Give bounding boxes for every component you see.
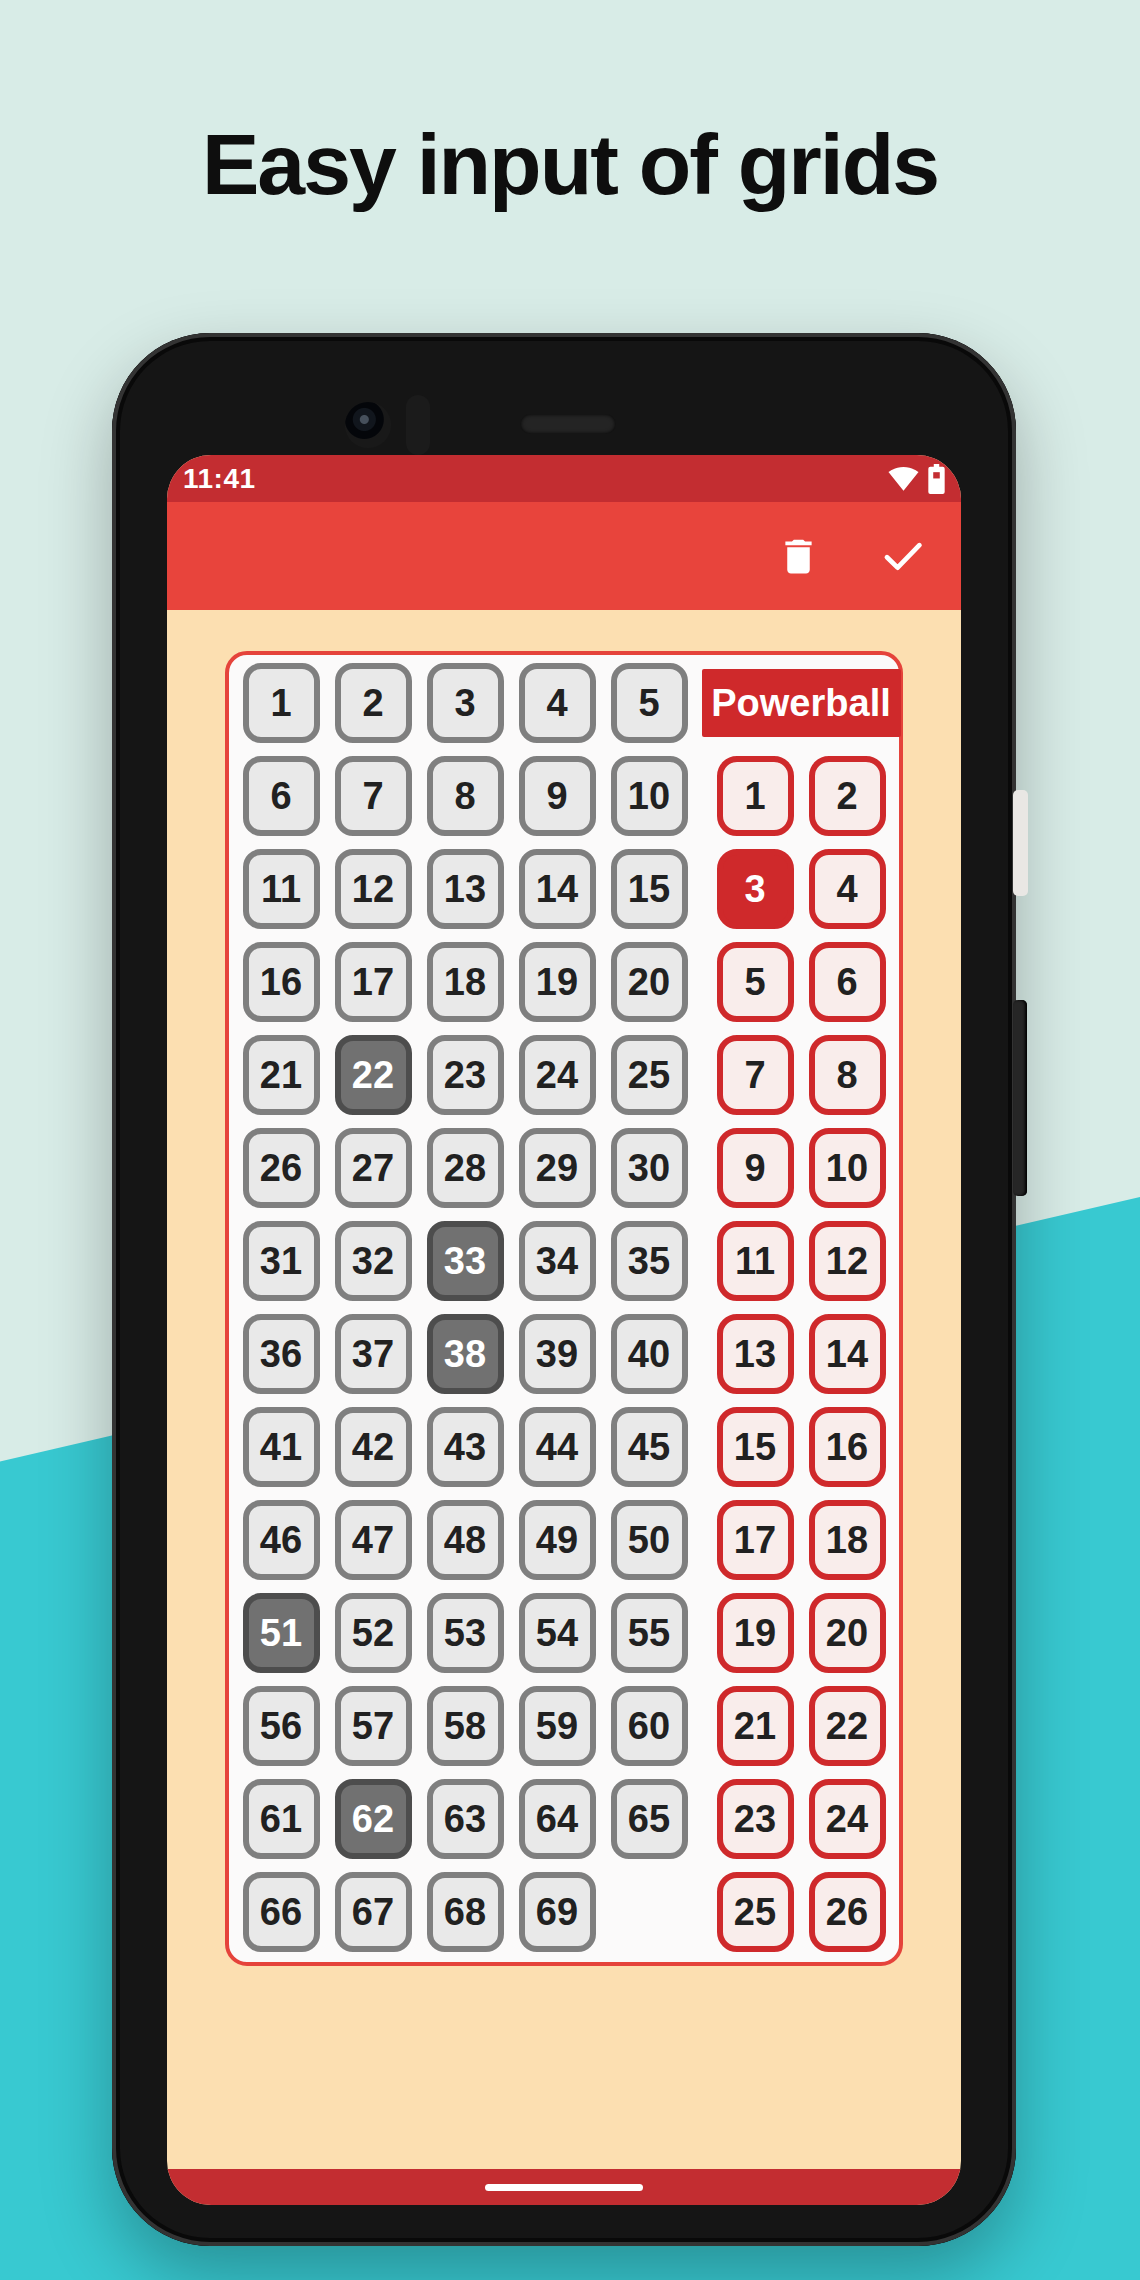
powerball-cell-4[interactable]: 4 [809, 849, 886, 929]
powerball-cell-25[interactable]: 25 [717, 1872, 794, 1952]
wifi-icon [888, 463, 919, 494]
main-number-cell-62[interactable]: 62 [335, 1779, 412, 1859]
main-number-cell-18[interactable]: 18 [427, 942, 504, 1022]
main-number-cell-45[interactable]: 45 [611, 1407, 688, 1487]
powerball-cell-7[interactable]: 7 [717, 1035, 794, 1115]
main-number-cell-37[interactable]: 37 [335, 1314, 412, 1394]
main-number-cell-67[interactable]: 67 [335, 1872, 412, 1952]
powerball-cell-19[interactable]: 19 [717, 1593, 794, 1673]
main-number-cell-55[interactable]: 55 [611, 1593, 688, 1673]
main-number-cell-59[interactable]: 59 [519, 1686, 596, 1766]
main-number-cell-27[interactable]: 27 [335, 1128, 412, 1208]
main-number-cell-12[interactable]: 12 [335, 849, 412, 929]
main-number-cell-11[interactable]: 11 [243, 849, 320, 929]
main-number-cell-30[interactable]: 30 [611, 1128, 688, 1208]
status-time: 11:41 [183, 463, 256, 495]
app-bar [167, 502, 961, 610]
main-number-cell-53[interactable]: 53 [427, 1593, 504, 1673]
main-number-cell-4[interactable]: 4 [519, 663, 596, 743]
main-number-cell-48[interactable]: 48 [427, 1500, 504, 1580]
powerball-cell-1[interactable]: 1 [717, 756, 794, 836]
main-number-cell-21[interactable]: 21 [243, 1035, 320, 1115]
main-number-cell-15[interactable]: 15 [611, 849, 688, 929]
main-number-cell-61[interactable]: 61 [243, 1779, 320, 1859]
main-number-cell-40[interactable]: 40 [611, 1314, 688, 1394]
home-indicator[interactable] [485, 2184, 643, 2191]
main-number-cell-39[interactable]: 39 [519, 1314, 596, 1394]
earpiece-speaker [520, 414, 616, 434]
main-number-cell-35[interactable]: 35 [611, 1221, 688, 1301]
main-number-cell-20[interactable]: 20 [611, 942, 688, 1022]
main-number-cell-31[interactable]: 31 [243, 1221, 320, 1301]
powerball-cell-2[interactable]: 2 [809, 756, 886, 836]
main-number-cell-47[interactable]: 47 [335, 1500, 412, 1580]
check-icon [879, 532, 927, 580]
status-bar: 11:41 [167, 455, 961, 502]
main-number-cell-24[interactable]: 24 [519, 1035, 596, 1115]
main-number-cell-63[interactable]: 63 [427, 1779, 504, 1859]
powerball-cell-13[interactable]: 13 [717, 1314, 794, 1394]
powerball-cell-5[interactable]: 5 [717, 942, 794, 1022]
front-camera [345, 402, 391, 448]
main-number-cell-54[interactable]: 54 [519, 1593, 596, 1673]
main-number-cell-17[interactable]: 17 [335, 942, 412, 1022]
main-number-cell-60[interactable]: 60 [611, 1686, 688, 1766]
main-number-cell-32[interactable]: 32 [335, 1221, 412, 1301]
main-number-cell-50[interactable]: 50 [611, 1500, 688, 1580]
phone-mockup: 11:41 [112, 333, 1016, 2246]
main-number-cell-7[interactable]: 7 [335, 756, 412, 836]
powerball-grid: Powerball 123456789101112131415161718192… [717, 663, 886, 1952]
main-number-cell-8[interactable]: 8 [427, 756, 504, 836]
screen-content: 1234567891011121314151617181920212223242… [167, 610, 961, 2169]
main-number-cell-43[interactable]: 43 [427, 1407, 504, 1487]
powerball-cell-24[interactable]: 24 [809, 1779, 886, 1859]
delete-button[interactable] [776, 534, 821, 579]
main-number-cell-69[interactable]: 69 [519, 1872, 596, 1952]
powerball-cell-10[interactable]: 10 [809, 1128, 886, 1208]
powerball-cell-23[interactable]: 23 [717, 1779, 794, 1859]
powerball-cell-9[interactable]: 9 [717, 1128, 794, 1208]
main-number-cell-19[interactable]: 19 [519, 942, 596, 1022]
main-number-cell-42[interactable]: 42 [335, 1407, 412, 1487]
powerball-cell-6[interactable]: 6 [809, 942, 886, 1022]
powerball-cell-11[interactable]: 11 [717, 1221, 794, 1301]
powerball-cell-14[interactable]: 14 [809, 1314, 886, 1394]
main-number-cell-36[interactable]: 36 [243, 1314, 320, 1394]
main-number-cell-56[interactable]: 56 [243, 1686, 320, 1766]
main-number-cell-16[interactable]: 16 [243, 942, 320, 1022]
main-number-cell-29[interactable]: 29 [519, 1128, 596, 1208]
main-number-cell-3[interactable]: 3 [427, 663, 504, 743]
main-number-cell-23[interactable]: 23 [427, 1035, 504, 1115]
powerball-cell-21[interactable]: 21 [717, 1686, 794, 1766]
powerball-cell-18[interactable]: 18 [809, 1500, 886, 1580]
proximity-sensor [406, 395, 430, 455]
main-number-cell-68[interactable]: 68 [427, 1872, 504, 1952]
powerball-cell-12[interactable]: 12 [809, 1221, 886, 1301]
main-number-cell-9[interactable]: 9 [519, 756, 596, 836]
powerball-cell-17[interactable]: 17 [717, 1500, 794, 1580]
main-number-cell-1[interactable]: 1 [243, 663, 320, 743]
main-number-cell-65[interactable]: 65 [611, 1779, 688, 1859]
main-number-cell-5[interactable]: 5 [611, 663, 688, 743]
navigation-bar [167, 2169, 961, 2205]
volume-button [1013, 1000, 1027, 1196]
main-number-cell-22[interactable]: 22 [335, 1035, 412, 1115]
main-number-cell-26[interactable]: 26 [243, 1128, 320, 1208]
main-number-cell-13[interactable]: 13 [427, 849, 504, 929]
main-number-cell-38[interactable]: 38 [427, 1314, 504, 1394]
main-number-cell-58[interactable]: 58 [427, 1686, 504, 1766]
main-number-cell-25[interactable]: 25 [611, 1035, 688, 1115]
ticket-card: 1234567891011121314151617181920212223242… [225, 651, 903, 1966]
powerball-cell-20[interactable]: 20 [809, 1593, 886, 1673]
main-number-cell-44[interactable]: 44 [519, 1407, 596, 1487]
power-button [1013, 790, 1028, 896]
trash-icon [776, 534, 821, 579]
phone-screen: 11:41 [167, 455, 961, 2205]
powerball-cell-16[interactable]: 16 [809, 1407, 886, 1487]
main-number-cell-64[interactable]: 64 [519, 1779, 596, 1859]
battery-icon [928, 464, 945, 494]
main-number-cell-52[interactable]: 52 [335, 1593, 412, 1673]
powerball-cell-22[interactable]: 22 [809, 1686, 886, 1766]
powerball-cell-26[interactable]: 26 [809, 1872, 886, 1952]
main-number-cell-14[interactable]: 14 [519, 849, 596, 929]
main-number-cell-28[interactable]: 28 [427, 1128, 504, 1208]
main-number-grid: 1234567891011121314151617181920212223242… [243, 663, 688, 1952]
main-number-cell-57[interactable]: 57 [335, 1686, 412, 1766]
main-number-cell-49[interactable]: 49 [519, 1500, 596, 1580]
main-number-cell-34[interactable]: 34 [519, 1221, 596, 1301]
powerball-cell-15[interactable]: 15 [717, 1407, 794, 1487]
status-icons [888, 463, 945, 494]
main-number-cell-41[interactable]: 41 [243, 1407, 320, 1487]
main-number-cell-51[interactable]: 51 [243, 1593, 320, 1673]
confirm-button[interactable] [879, 532, 927, 580]
powerball-header: Powerball [702, 669, 901, 737]
main-number-cell-33[interactable]: 33 [427, 1221, 504, 1301]
main-number-cell-6[interactable]: 6 [243, 756, 320, 836]
powerball-cell-3[interactable]: 3 [717, 849, 794, 929]
main-number-cell-10[interactable]: 10 [611, 756, 688, 836]
main-number-cell-2[interactable]: 2 [335, 663, 412, 743]
powerball-cell-8[interactable]: 8 [809, 1035, 886, 1115]
page-title: Easy input of grids [0, 112, 1140, 216]
main-number-cell-46[interactable]: 46 [243, 1500, 320, 1580]
main-number-cell-66[interactable]: 66 [243, 1872, 320, 1952]
